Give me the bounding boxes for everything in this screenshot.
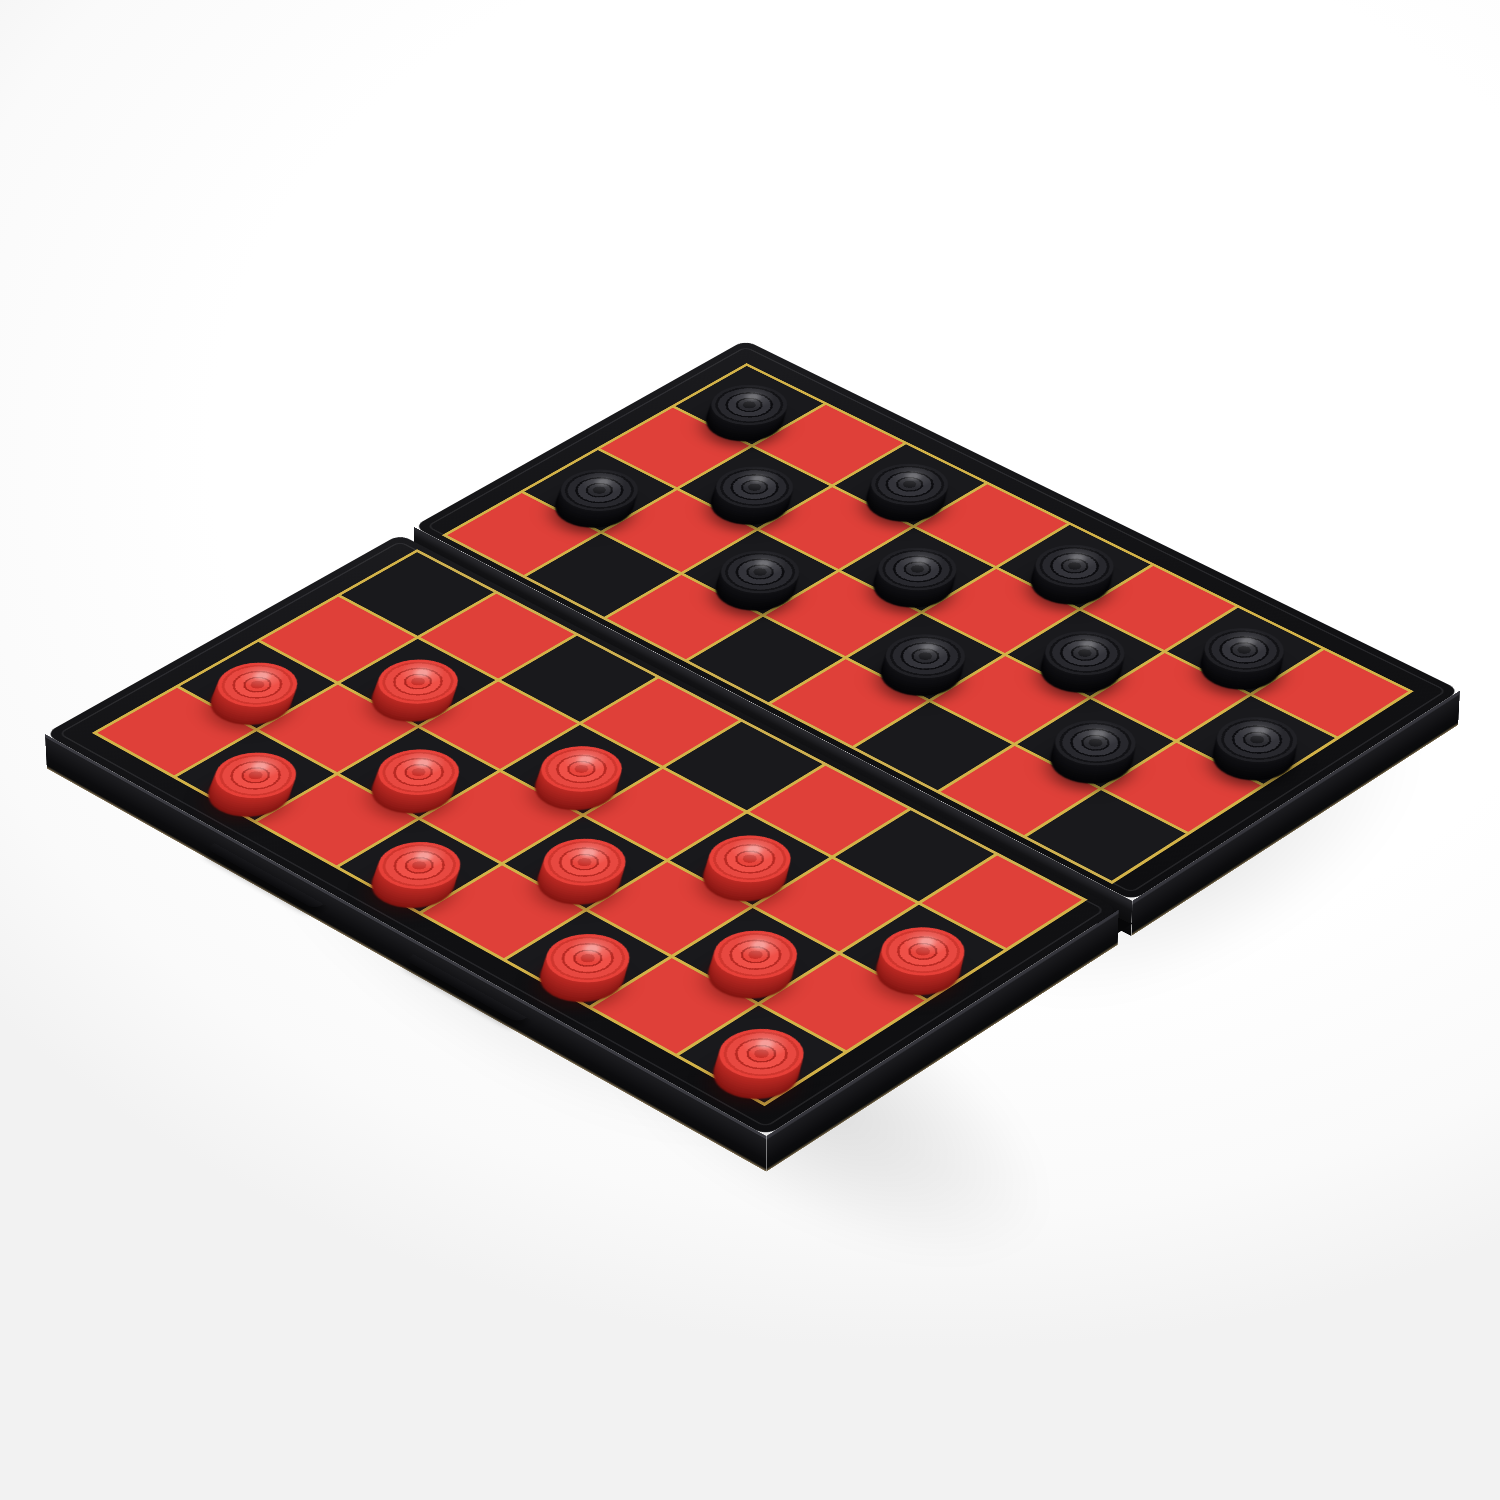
square-r8c8[interactable] <box>679 1006 843 1103</box>
red-checker-r7c7[interactable] <box>697 921 815 989</box>
red-checker-r7c3[interactable] <box>361 740 475 804</box>
black-checker-r1c1[interactable] <box>696 376 803 433</box>
red-checker-r6c2[interactable] <box>362 650 475 713</box>
square-r8c7 <box>592 958 755 1054</box>
black-checker-r3c1[interactable] <box>545 461 654 520</box>
square-r7c6 <box>589 862 750 955</box>
black-checker-r2c2[interactable] <box>700 458 809 517</box>
square-r8c5 <box>423 865 584 958</box>
square-r6c4[interactable] <box>503 725 660 814</box>
square-r8c6[interactable] <box>507 911 669 1005</box>
square-r6c7 <box>755 859 915 952</box>
red-checker-r7c5[interactable] <box>527 829 643 895</box>
square-r7c8 <box>761 955 924 1050</box>
square-r3c7[interactable] <box>1017 699 1173 787</box>
square-r8c4[interactable] <box>339 820 499 911</box>
square-r6c5 <box>586 769 744 859</box>
square-r6c6[interactable] <box>670 814 829 905</box>
black-checker-r1c7[interactable] <box>1188 619 1300 681</box>
black-checker-r2c6[interactable] <box>1029 622 1141 684</box>
black-checker-r2c8[interactable] <box>1200 708 1313 772</box>
black-checker-r1c5[interactable] <box>1019 536 1129 596</box>
square-r7c5[interactable] <box>505 817 664 908</box>
square-r7c7[interactable] <box>675 908 837 1002</box>
square-r6c8[interactable] <box>842 905 1004 999</box>
red-checker-r6c8[interactable] <box>864 917 981 985</box>
black-checker-r2c4[interactable] <box>862 539 972 599</box>
red-checker-r6c6[interactable] <box>692 826 808 892</box>
red-checker-r8c6[interactable] <box>529 924 647 992</box>
black-checker-r3c7[interactable] <box>1039 711 1153 775</box>
red-checker-r6c4[interactable] <box>524 737 638 801</box>
black-checker-r3c3[interactable] <box>705 542 815 602</box>
square-r8c3 <box>258 775 416 865</box>
square-r7c3[interactable] <box>340 728 497 817</box>
red-checker-r8c4[interactable] <box>361 832 477 898</box>
square-r7c4 <box>422 772 580 862</box>
black-checker-r3c5[interactable] <box>869 625 981 687</box>
square-r3c8 <box>1104 743 1261 832</box>
square-r8c2[interactable] <box>177 731 334 820</box>
product-photo-scene: W:W21,22,23,24,25,26,27,28,29,30,31,32:B… <box>0 0 1500 1500</box>
red-checker-r8c8[interactable] <box>702 1019 821 1090</box>
red-checker-r8c2[interactable] <box>198 743 312 808</box>
black-checker-r1c3[interactable] <box>855 455 964 514</box>
